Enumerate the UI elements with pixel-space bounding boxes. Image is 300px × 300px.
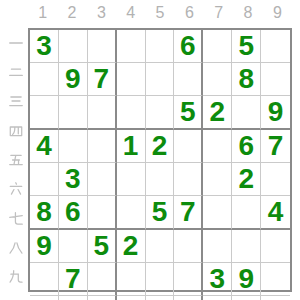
given-digit: 4 — [36, 130, 52, 162]
cell-r2c2[interactable]: 9 — [59, 63, 88, 96]
given-digit: 5 — [180, 96, 196, 128]
given-digit: 3 — [65, 163, 81, 195]
cell-r7c2[interactable] — [59, 230, 88, 263]
cell-r9c6[interactable] — [174, 296, 203, 300]
row-label-5 — [0, 145, 31, 174]
cell-r2c3[interactable]: 7 — [88, 63, 117, 96]
given-digit: 2 — [123, 230, 139, 262]
cell-r6c8[interactable] — [232, 196, 261, 230]
cell-r1c8[interactable]: 5 — [232, 30, 261, 63]
cjk-numeral-icon — [8, 211, 24, 227]
row-label-4 — [0, 116, 31, 145]
cell-r8c8[interactable]: 9 — [232, 263, 261, 296]
row-label-1 — [0, 28, 31, 57]
cell-r7c3[interactable]: 5 — [88, 230, 117, 263]
cell-r3c9[interactable]: 9 — [261, 96, 290, 130]
given-digit: 6 — [238, 130, 254, 162]
cell-r1c4[interactable] — [117, 30, 146, 63]
cell-r1c7[interactable] — [203, 30, 232, 63]
given-digit: 9 — [36, 230, 52, 262]
cell-r6c3[interactable] — [88, 196, 117, 230]
cell-r4c2[interactable] — [59, 130, 88, 163]
given-digit: 2 — [268, 296, 284, 300]
cell-r7c7[interactable] — [203, 230, 232, 263]
cell-r7c5[interactable] — [146, 230, 175, 263]
cell-r5c5[interactable] — [146, 163, 175, 196]
cell-r2c5[interactable] — [146, 63, 175, 96]
cell-r3c5[interactable] — [146, 96, 175, 130]
row-label-8 — [0, 233, 31, 262]
given-digit: 6 — [65, 196, 81, 228]
column-label-5: 5 — [145, 0, 174, 26]
cell-r3c6[interactable]: 5 — [174, 96, 203, 130]
column-label-2: 2 — [57, 0, 86, 26]
given-digit: 3 — [209, 263, 225, 295]
cell-r8c4[interactable] — [117, 263, 146, 296]
row-label-3 — [0, 87, 31, 116]
given-digit: 3 — [36, 30, 52, 62]
column-label-1: 1 — [28, 0, 57, 26]
cell-r3c1[interactable] — [30, 96, 59, 130]
cell-r3c8[interactable] — [232, 96, 261, 130]
cell-r3c7[interactable]: 2 — [203, 96, 232, 130]
given-digit: 7 — [93, 63, 109, 95]
row-label-6 — [0, 175, 31, 204]
cell-r5c3[interactable] — [88, 163, 117, 196]
cell-r4c7[interactable] — [203, 130, 232, 163]
cell-r4c9[interactable]: 7 — [261, 130, 290, 163]
given-digit: 4 — [268, 196, 284, 228]
cell-r8c3[interactable] — [88, 263, 117, 296]
cell-r1c9[interactable] — [261, 30, 290, 63]
column-label-8: 8 — [233, 0, 262, 26]
cell-r9c5[interactable] — [146, 296, 175, 300]
column-labels: 123456789 — [28, 0, 292, 26]
cell-r5c8[interactable]: 2 — [232, 163, 261, 196]
cell-r3c4[interactable] — [117, 96, 146, 130]
cell-r9c2[interactable]: 1 — [59, 296, 88, 300]
cell-r9c4[interactable]: 8 — [117, 296, 146, 300]
given-digit: 2 — [209, 96, 225, 128]
sudoku-board: 365978529412673286574952739182 — [28, 28, 292, 292]
cell-r2c6[interactable] — [174, 63, 203, 96]
cell-r2c7[interactable] — [203, 63, 232, 96]
cell-r8c9[interactable] — [261, 263, 290, 296]
cell-r5c9[interactable] — [261, 163, 290, 196]
cell-r7c9[interactable] — [261, 230, 290, 263]
given-digit: 5 — [93, 230, 109, 262]
given-digit: 8 — [123, 296, 139, 300]
cell-r2c4[interactable] — [117, 63, 146, 96]
cell-r5c2[interactable]: 3 — [59, 163, 88, 196]
given-digit: 5 — [238, 30, 254, 62]
cell-r9c9[interactable]: 2 — [261, 296, 290, 300]
cell-r7c1[interactable]: 9 — [30, 230, 59, 263]
given-digit: 7 — [180, 196, 196, 228]
column-label-6: 6 — [175, 0, 204, 26]
cell-r4c8[interactable]: 6 — [232, 130, 261, 163]
cell-r4c1[interactable]: 4 — [30, 130, 59, 163]
column-label-7: 7 — [204, 0, 233, 26]
cell-r9c7[interactable] — [203, 296, 232, 300]
row-label-9 — [0, 263, 31, 292]
cell-r5c1[interactable] — [30, 163, 59, 196]
given-digit: 7 — [65, 263, 81, 295]
cell-r9c8[interactable] — [232, 296, 261, 300]
cell-r3c3[interactable] — [88, 96, 117, 130]
cell-r5c4[interactable] — [117, 163, 146, 196]
cell-r6c6[interactable]: 7 — [174, 196, 203, 230]
cell-r8c5[interactable] — [146, 263, 175, 296]
cell-r6c1[interactable]: 8 — [30, 196, 59, 230]
cell-r9c1[interactable] — [30, 296, 59, 300]
given-digit: 6 — [180, 30, 196, 62]
given-digit: 8 — [36, 196, 52, 228]
cell-r8c6[interactable] — [174, 263, 203, 296]
row-label-7 — [0, 204, 31, 233]
cjk-numeral-icon — [8, 64, 24, 80]
cell-r6c4[interactable] — [117, 196, 146, 230]
cell-r1c1[interactable]: 3 — [30, 30, 59, 63]
cjk-numeral-icon — [8, 123, 24, 139]
cjk-numeral-icon — [8, 93, 24, 109]
cell-r6c7[interactable] — [203, 196, 232, 230]
cell-r4c6[interactable] — [174, 130, 203, 163]
given-digit: 2 — [152, 130, 168, 162]
cell-r8c1[interactable] — [30, 263, 59, 296]
cell-r6c2[interactable]: 6 — [59, 196, 88, 230]
cell-r9c3[interactable] — [88, 296, 117, 300]
cell-r7c8[interactable] — [232, 230, 261, 263]
column-label-3: 3 — [87, 0, 116, 26]
cell-r4c5[interactable]: 2 — [146, 130, 175, 163]
cell-r1c5[interactable] — [146, 30, 175, 63]
column-label-4: 4 — [116, 0, 145, 26]
cell-r2c1[interactable] — [30, 63, 59, 96]
column-label-9: 9 — [263, 0, 292, 26]
given-digit: 1 — [65, 296, 81, 300]
sudoku-page: 123456789 365978529412673286574952739182 — [0, 0, 300, 300]
cell-r1c6[interactable]: 6 — [174, 30, 203, 63]
cell-r4c3[interactable] — [88, 130, 117, 163]
cell-r5c6[interactable] — [174, 163, 203, 196]
cjk-numeral-icon — [8, 269, 24, 285]
cell-r7c4[interactable]: 2 — [117, 230, 146, 263]
given-digit: 9 — [238, 263, 254, 295]
cell-r2c8[interactable]: 8 — [232, 63, 261, 96]
row-labels — [0, 28, 31, 292]
cell-r8c2[interactable]: 7 — [59, 263, 88, 296]
cell-r5c7[interactable] — [203, 163, 232, 196]
given-digit: 1 — [123, 130, 139, 162]
cell-r7c6[interactable] — [174, 230, 203, 263]
row-label-2 — [0, 57, 31, 86]
cell-r8c7[interactable]: 3 — [203, 263, 232, 296]
cell-r4c4[interactable]: 1 — [117, 130, 146, 163]
cjk-numeral-icon — [8, 181, 24, 197]
cjk-numeral-icon — [8, 152, 24, 168]
given-digit: 7 — [268, 130, 284, 162]
given-digit: 8 — [238, 63, 254, 95]
given-digit: 9 — [268, 96, 284, 128]
given-digit: 2 — [238, 163, 254, 195]
given-digit: 5 — [152, 196, 168, 228]
cell-r2c9[interactable] — [261, 63, 290, 96]
cjk-numeral-icon — [8, 35, 24, 51]
cell-r1c3[interactable] — [88, 30, 117, 63]
cell-r3c2[interactable] — [59, 96, 88, 130]
cell-r1c2[interactable] — [59, 30, 88, 63]
cell-r6c5[interactable]: 5 — [146, 196, 175, 230]
given-digit: 9 — [65, 63, 81, 95]
cjk-numeral-icon — [8, 240, 24, 256]
cell-r6c9[interactable]: 4 — [261, 196, 290, 230]
